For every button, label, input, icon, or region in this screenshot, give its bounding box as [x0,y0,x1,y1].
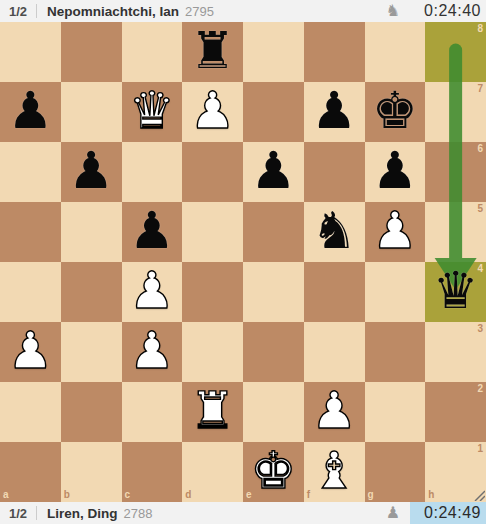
rank-label-6: 6 [477,144,483,154]
file-label-h: h [428,490,434,500]
square-c6[interactable] [122,142,183,202]
square-f2[interactable]: ♟ [304,382,365,442]
white-rook[interactable]: ♜ [182,382,243,442]
square-d3[interactable] [182,322,243,382]
square-b7[interactable] [61,82,122,142]
bottom-player-name: Liren, Ding [47,506,118,521]
square-d7[interactable]: ♟ [182,82,243,142]
square-c1[interactable]: c [122,442,183,502]
pawn-icon: ♟ [386,502,400,524]
square-d8[interactable]: ♜ [182,22,243,82]
square-e6[interactable]: ♟ [243,142,304,202]
square-a7[interactable]: ♟ [0,82,61,142]
bottom-player-clock: 0:24:49 [410,502,486,524]
board-wrap: ♜8♟♛♟♟♚7♟♟♟6♟♞♟5♟♛4♟♟3♜♟2abcd♚e♝fgh1 [0,22,486,502]
player-bar-bottom: 1/2 Liren, Ding 2788 ♟ 0:24:49 [0,502,486,524]
top-player-name: Nepomniachtchi, Ian [47,4,179,19]
square-c5[interactable]: ♟ [122,202,183,262]
square-a2[interactable] [0,382,61,442]
board-resize-handle[interactable] [473,489,485,501]
black-pawn[interactable]: ♟ [365,142,426,202]
square-d2[interactable]: ♜ [182,382,243,442]
file-label-d: d [185,490,191,500]
bottom-player-score: 1/2 [0,506,36,521]
rank-label-5: 5 [477,204,483,214]
black-queen[interactable]: ♛ [425,262,486,322]
rank-label-7: 7 [477,84,483,94]
square-g2[interactable] [365,382,426,442]
square-e4[interactable] [243,262,304,322]
white-pawn[interactable]: ♟ [365,202,426,262]
square-b4[interactable] [61,262,122,322]
white-bishop[interactable]: ♝ [304,442,365,502]
square-g8[interactable] [365,22,426,82]
square-f3[interactable] [304,322,365,382]
rank-label-2: 2 [477,384,483,394]
square-a6[interactable] [0,142,61,202]
square-h2[interactable]: 2 [425,382,486,442]
white-pawn[interactable]: ♟ [0,322,61,382]
white-king[interactable]: ♚ [243,442,304,502]
chess-board: ♜8♟♛♟♟♚7♟♟♟6♟♞♟5♟♛4♟♟3♜♟2abcd♚e♝fgh1 [0,22,486,502]
square-h3[interactable]: 3 [425,322,486,382]
white-pawn[interactable]: ♟ [304,382,365,442]
white-pawn[interactable]: ♟ [122,262,183,322]
square-g1[interactable]: g [365,442,426,502]
bar-divider [36,4,37,18]
rank-label-8: 8 [477,24,483,34]
square-g7[interactable]: ♚ [365,82,426,142]
square-h4[interactable]: ♛4 [425,262,486,322]
square-h6[interactable]: 6 [425,142,486,202]
white-queen[interactable]: ♛ [122,82,183,142]
square-f6[interactable] [304,142,365,202]
square-b6[interactable]: ♟ [61,142,122,202]
square-e7[interactable] [243,82,304,142]
square-b1[interactable]: b [61,442,122,502]
black-rook[interactable]: ♜ [182,22,243,82]
square-e5[interactable] [243,202,304,262]
square-b8[interactable] [61,22,122,82]
chess-broadcast-app: 1/2 Nepomniachtchi, Ian 2795 ♞ 0:24:40 ♜… [0,0,486,524]
square-f4[interactable] [304,262,365,322]
square-g6[interactable]: ♟ [365,142,426,202]
top-player-score: 1/2 [0,4,36,19]
bottom-player-rating: 2788 [124,506,153,521]
square-c3[interactable]: ♟ [122,322,183,382]
black-pawn[interactable]: ♟ [243,142,304,202]
square-d1[interactable]: d [182,442,243,502]
square-d5[interactable] [182,202,243,262]
square-a4[interactable] [0,262,61,322]
black-pawn[interactable]: ♟ [0,82,61,142]
square-b5[interactable] [61,202,122,262]
file-label-a: a [3,490,9,500]
square-c8[interactable] [122,22,183,82]
square-g5[interactable]: ♟ [365,202,426,262]
square-a1[interactable]: a [0,442,61,502]
square-c4[interactable]: ♟ [122,262,183,322]
black-pawn[interactable]: ♟ [122,202,183,262]
square-e3[interactable] [243,322,304,382]
square-e1[interactable]: ♚e [243,442,304,502]
square-f7[interactable]: ♟ [304,82,365,142]
square-e8[interactable] [243,22,304,82]
black-king[interactable]: ♚ [365,82,426,142]
top-player-rating: 2795 [185,4,214,19]
file-label-b: b [64,490,70,500]
square-a3[interactable]: ♟ [0,322,61,382]
knight-icon: ♞ [386,0,400,22]
square-c7[interactable]: ♛ [122,82,183,142]
square-a8[interactable] [0,22,61,82]
square-f1[interactable]: ♝f [304,442,365,502]
white-pawn[interactable]: ♟ [182,82,243,142]
player-bar-top: 1/2 Nepomniachtchi, Ian 2795 ♞ 0:24:40 [0,0,486,22]
rank-label-1: 1 [477,444,483,454]
square-f8[interactable] [304,22,365,82]
file-label-c: c [125,490,131,500]
square-a5[interactable] [0,202,61,262]
square-b2[interactable] [61,382,122,442]
bar-divider [36,506,37,520]
white-pawn[interactable]: ♟ [122,322,183,382]
square-h7[interactable]: 7 [425,82,486,142]
square-h8[interactable]: 8 [425,22,486,82]
square-f5[interactable]: ♞ [304,202,365,262]
square-e2[interactable] [243,382,304,442]
square-b3[interactable] [61,322,122,382]
square-d4[interactable] [182,262,243,322]
square-g3[interactable] [365,322,426,382]
top-player-clock: 0:24:40 [410,0,486,22]
square-d6[interactable] [182,142,243,202]
square-h5[interactable]: 5 [425,202,486,262]
black-pawn[interactable]: ♟ [304,82,365,142]
square-g4[interactable] [365,262,426,322]
file-label-g: g [368,490,374,500]
black-pawn[interactable]: ♟ [61,142,122,202]
black-knight[interactable]: ♞ [304,202,365,262]
rank-label-3: 3 [477,324,483,334]
square-c2[interactable] [122,382,183,442]
